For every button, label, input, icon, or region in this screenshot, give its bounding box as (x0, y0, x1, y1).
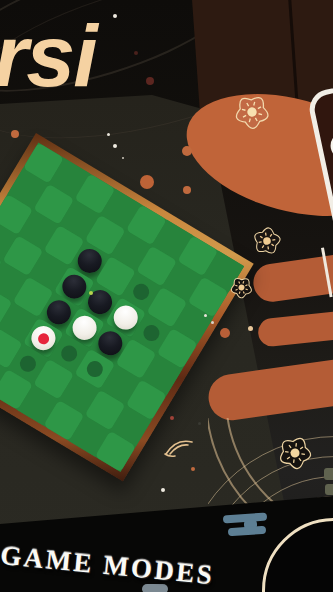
speck-decoration (107, 133, 110, 136)
move-hint-dot[interactable] (130, 281, 152, 303)
speck-decoration (11, 130, 19, 138)
speck-decoration (211, 321, 214, 324)
move-hint-dot[interactable] (140, 322, 162, 344)
move-hint-dot[interactable] (17, 353, 39, 375)
move-hint-dot[interactable] (58, 343, 80, 365)
speck-decoration (220, 328, 230, 338)
speck-decoration (198, 422, 201, 425)
speck-decoration (89, 291, 93, 295)
flower-icon (267, 425, 323, 481)
speck-decoration (161, 488, 165, 492)
move-hint-dot[interactable] (84, 358, 106, 380)
speck-decoration (140, 175, 154, 189)
flower-icon (243, 217, 292, 266)
speck-decoration (183, 186, 191, 194)
speck-decoration (146, 77, 154, 85)
speck-decoration (122, 157, 124, 159)
speck-decoration (134, 51, 138, 55)
speck-decoration (182, 146, 192, 156)
phone-score-badge: 11 (328, 130, 333, 162)
speck-decoration (191, 467, 195, 471)
last-move-marker (36, 331, 51, 346)
store-screenshot: 11 rsi GAME MODES (0, 0, 333, 592)
orange-pill-decoration (257, 308, 333, 347)
speck-decoration (204, 314, 207, 317)
speck-decoration (113, 144, 117, 148)
speck-decoration (170, 416, 174, 420)
speck-decoration (113, 14, 117, 18)
grey-bar-decoration (324, 468, 333, 480)
boat-line-decoration (162, 432, 196, 458)
grey-bar-decoration (325, 484, 333, 495)
speck-decoration (248, 326, 253, 331)
app-title-fragment: rsi (0, 12, 96, 100)
